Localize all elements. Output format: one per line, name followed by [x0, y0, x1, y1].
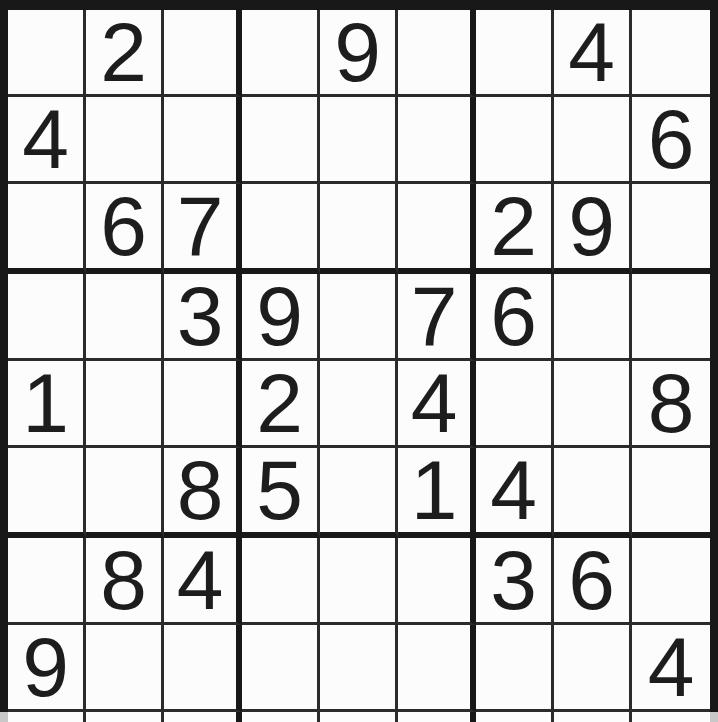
sudoku-board: 294466729397612488514843694157 [0, 0, 718, 712]
cell-r2c4-empty[interactable] [242, 97, 320, 184]
cell-r3c6-empty[interactable] [398, 184, 476, 274]
cell-r9c7-empty[interactable] [476, 712, 554, 722]
cell-r7c5-empty[interactable] [320, 538, 398, 625]
sudoku-page: 294466729397612488514843694157 [0, 0, 718, 722]
cell-r4c8-empty[interactable] [554, 274, 632, 361]
cell-r1c2-given[interactable]: 2 [86, 10, 164, 97]
cell-r7c9-empty[interactable] [632, 538, 710, 625]
cell-r4c1-empty[interactable] [8, 274, 86, 361]
cell-r1c8-given[interactable]: 4 [554, 10, 632, 97]
cell-r4c9-empty[interactable] [632, 274, 710, 361]
cell-r5c8-empty[interactable] [554, 361, 632, 448]
cell-r3c3-given[interactable]: 7 [164, 184, 242, 274]
cell-r8c1-given[interactable]: 9 [8, 625, 86, 712]
cell-r3c2-given[interactable]: 6 [86, 184, 164, 274]
cell-r9c5-given[interactable]: 5 [320, 712, 398, 722]
cell-r7c3-given[interactable]: 4 [164, 538, 242, 625]
cell-r7c1-empty[interactable] [8, 538, 86, 625]
cell-r5c5-empty[interactable] [320, 361, 398, 448]
cell-r5c2-empty[interactable] [86, 361, 164, 448]
cell-r6c3-given[interactable]: 8 [164, 448, 242, 538]
cell-r9c4-empty[interactable] [242, 712, 320, 722]
cell-r4c4-given[interactable]: 9 [242, 274, 320, 361]
cell-r6c6-given[interactable]: 1 [398, 448, 476, 538]
cell-r5c7-empty[interactable] [476, 361, 554, 448]
cell-r2c8-empty[interactable] [554, 97, 632, 184]
cell-r1c6-empty[interactable] [398, 10, 476, 97]
cell-r1c7-empty[interactable] [476, 10, 554, 97]
cell-r6c4-given[interactable]: 5 [242, 448, 320, 538]
cell-r2c3-empty[interactable] [164, 97, 242, 184]
cell-r6c1-empty[interactable] [8, 448, 86, 538]
cell-r3c5-empty[interactable] [320, 184, 398, 274]
cell-r1c3-empty[interactable] [164, 10, 242, 97]
cell-r8c5-empty[interactable] [320, 625, 398, 712]
cell-r7c8-given[interactable]: 6 [554, 538, 632, 625]
cell-r3c9-empty[interactable] [632, 184, 710, 274]
cell-r9c9-empty[interactable] [632, 712, 710, 722]
cell-r2c5-empty[interactable] [320, 97, 398, 184]
cell-r2c9-given[interactable]: 6 [632, 97, 710, 184]
cell-r5c9-given[interactable]: 8 [632, 361, 710, 448]
cell-r8c6-empty[interactable] [398, 625, 476, 712]
cell-r8c7-empty[interactable] [476, 625, 554, 712]
cell-r6c2-empty[interactable] [86, 448, 164, 538]
cell-r6c9-empty[interactable] [632, 448, 710, 538]
cell-r7c6-empty[interactable] [398, 538, 476, 625]
cell-r2c6-empty[interactable] [398, 97, 476, 184]
cell-r9c8-given[interactable]: 7 [554, 712, 632, 722]
cell-r4c7-given[interactable]: 6 [476, 274, 554, 361]
cell-r3c8-given[interactable]: 9 [554, 184, 632, 274]
cell-r2c2-empty[interactable] [86, 97, 164, 184]
cell-r8c2-empty[interactable] [86, 625, 164, 712]
cell-r1c9-empty[interactable] [632, 10, 710, 97]
cell-r5c4-given[interactable]: 2 [242, 361, 320, 448]
cell-r9c3-empty[interactable] [164, 712, 242, 722]
cell-r9c2-given[interactable]: 1 [86, 712, 164, 722]
cell-r5c3-empty[interactable] [164, 361, 242, 448]
cell-r1c1-empty[interactable] [8, 10, 86, 97]
cell-r6c7-given[interactable]: 4 [476, 448, 554, 538]
cell-r9c6-empty[interactable] [398, 712, 476, 722]
cell-r4c6-given[interactable]: 7 [398, 274, 476, 361]
cell-r5c6-given[interactable]: 4 [398, 361, 476, 448]
cell-r4c5-empty[interactable] [320, 274, 398, 361]
cell-r7c7-given[interactable]: 3 [476, 538, 554, 625]
cell-r2c1-given[interactable]: 4 [8, 97, 86, 184]
cell-r7c4-empty[interactable] [242, 538, 320, 625]
cell-r4c3-given[interactable]: 3 [164, 274, 242, 361]
cell-r3c1-empty[interactable] [8, 184, 86, 274]
cell-r8c4-empty[interactable] [242, 625, 320, 712]
cell-r1c5-given[interactable]: 9 [320, 10, 398, 97]
cell-r5c1-given[interactable]: 1 [8, 361, 86, 448]
cell-r6c8-empty[interactable] [554, 448, 632, 538]
cell-r2c7-empty[interactable] [476, 97, 554, 184]
cell-r6c5-empty[interactable] [320, 448, 398, 538]
cell-r8c9-given[interactable]: 4 [632, 625, 710, 712]
cell-r8c8-empty[interactable] [554, 625, 632, 712]
cell-r9c1-empty[interactable] [8, 712, 86, 722]
cell-r4c2-empty[interactable] [86, 274, 164, 361]
cell-r3c4-empty[interactable] [242, 184, 320, 274]
cell-r7c2-given[interactable]: 8 [86, 538, 164, 625]
cell-r1c4-empty[interactable] [242, 10, 320, 97]
cell-r3c7-given[interactable]: 2 [476, 184, 554, 274]
cell-r8c3-empty[interactable] [164, 625, 242, 712]
